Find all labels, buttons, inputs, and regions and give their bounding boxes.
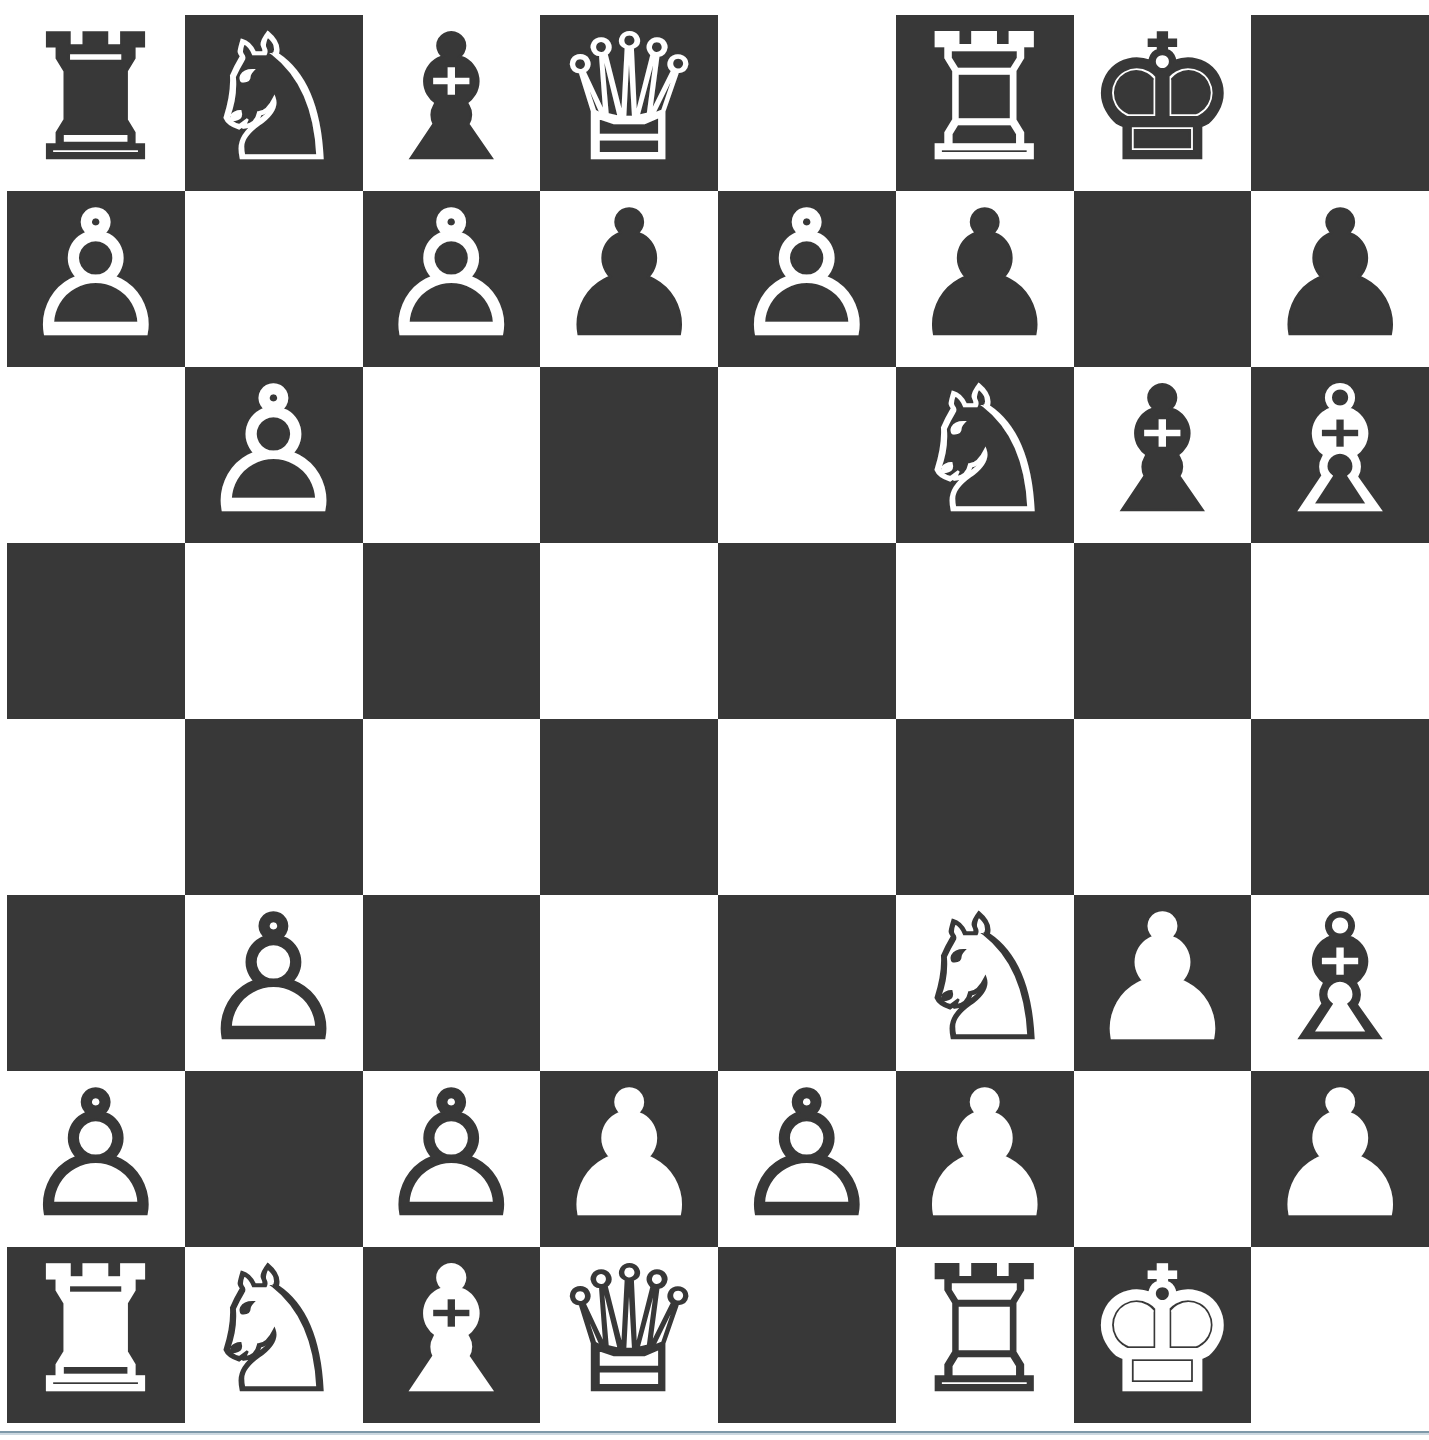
square-b8[interactable]: ♘ <box>185 15 363 191</box>
square-b1[interactable]: ♘ <box>185 1247 363 1423</box>
square-e8[interactable] <box>718 15 896 191</box>
square-b7[interactable] <box>185 191 363 367</box>
piece-white-pawn[interactable]: ♟ <box>1085 895 1239 1065</box>
square-h3[interactable]: ♗ <box>1251 895 1429 1071</box>
square-f6[interactable]: ♘ <box>896 367 1074 543</box>
square-a4[interactable] <box>7 719 185 895</box>
square-b5[interactable] <box>185 543 363 719</box>
piece-white-pawn[interactable]: ♟ <box>552 1071 706 1241</box>
square-c3[interactable] <box>363 895 541 1071</box>
square-e6[interactable] <box>718 367 896 543</box>
piece-black-king[interactable]: ♚ <box>1085 15 1239 185</box>
piece-black-pawn[interactable]: ♟ <box>1263 191 1417 361</box>
square-c4[interactable] <box>363 719 541 895</box>
square-e3[interactable] <box>718 895 896 1071</box>
piece-white-pawn[interactable]: ♙ <box>374 1071 528 1241</box>
square-f7[interactable]: ♟ <box>896 191 1074 367</box>
piece-black-bishop[interactable]: ♝ <box>374 15 528 185</box>
piece-black-bishop[interactable]: ♗ <box>1263 367 1417 537</box>
square-a5[interactable] <box>7 543 185 719</box>
square-e2[interactable]: ♙ <box>718 1071 896 1247</box>
square-g8[interactable]: ♚ <box>1074 15 1252 191</box>
square-b6[interactable]: ♙ <box>185 367 363 543</box>
piece-black-pawn[interactable]: ♟ <box>552 191 706 361</box>
square-h6[interactable]: ♗ <box>1251 367 1429 543</box>
square-e7[interactable]: ♙ <box>718 191 896 367</box>
piece-black-bishop[interactable]: ♝ <box>1085 367 1239 537</box>
square-g1[interactable]: ♚ <box>1074 1247 1252 1423</box>
piece-white-bishop[interactable]: ♗ <box>1263 895 1417 1065</box>
square-g6[interactable]: ♝ <box>1074 367 1252 543</box>
square-e4[interactable] <box>718 719 896 895</box>
piece-black-pawn[interactable]: ♙ <box>730 191 884 361</box>
square-g2[interactable] <box>1074 1071 1252 1247</box>
square-h7[interactable]: ♟ <box>1251 191 1429 367</box>
piece-black-rook[interactable]: ♖ <box>908 15 1062 185</box>
square-f4[interactable] <box>896 719 1074 895</box>
square-c7[interactable]: ♙ <box>363 191 541 367</box>
piece-white-pawn[interactable]: ♙ <box>730 1071 884 1241</box>
piece-white-knight[interactable]: ♘ <box>908 895 1062 1065</box>
square-d4[interactable] <box>540 719 718 895</box>
piece-black-pawn[interactable]: ♙ <box>19 191 173 361</box>
square-h8[interactable] <box>1251 15 1429 191</box>
square-a6[interactable] <box>7 367 185 543</box>
piece-black-knight[interactable]: ♘ <box>908 367 1062 537</box>
piece-white-pawn[interactable]: ♙ <box>197 895 351 1065</box>
square-f8[interactable]: ♖ <box>896 15 1074 191</box>
chess-board: ♜♘♝♕♖♚♙♙♟♙♟♟♙♘♝♗♙♘♟♗♙♙♟♙♟♟♜♘♝♕♖♚ <box>7 15 1429 1423</box>
square-b4[interactable] <box>185 719 363 895</box>
square-b2[interactable] <box>185 1071 363 1247</box>
piece-white-pawn[interactable]: ♟ <box>908 1071 1062 1241</box>
square-a1[interactable]: ♜ <box>7 1247 185 1423</box>
square-h4[interactable] <box>1251 719 1429 895</box>
chess-app-window: ♜♘♝♕♖♚♙♙♟♙♟♟♙♘♝♗♙♘♟♗♙♙♟♙♟♟♜♘♝♕♖♚ <box>0 0 1429 1440</box>
square-c2[interactable]: ♙ <box>363 1071 541 1247</box>
square-d7[interactable]: ♟ <box>540 191 718 367</box>
piece-black-knight[interactable]: ♘ <box>197 15 351 185</box>
window-bottom-edge-highlight <box>0 1433 1429 1435</box>
square-g5[interactable] <box>1074 543 1252 719</box>
piece-black-pawn[interactable]: ♟ <box>908 191 1062 361</box>
piece-white-knight[interactable]: ♘ <box>197 1247 351 1417</box>
piece-black-rook[interactable]: ♜ <box>19 15 173 185</box>
piece-white-pawn[interactable]: ♟ <box>1263 1071 1417 1241</box>
square-d3[interactable] <box>540 895 718 1071</box>
piece-white-rook[interactable]: ♜ <box>19 1247 173 1417</box>
square-c1[interactable]: ♝ <box>363 1247 541 1423</box>
piece-white-rook[interactable]: ♖ <box>908 1247 1062 1417</box>
square-a7[interactable]: ♙ <box>7 191 185 367</box>
piece-black-queen[interactable]: ♕ <box>552 15 706 185</box>
piece-black-pawn[interactable]: ♙ <box>374 191 528 361</box>
square-a3[interactable] <box>7 895 185 1071</box>
square-c5[interactable] <box>363 543 541 719</box>
square-a8[interactable]: ♜ <box>7 15 185 191</box>
square-d1[interactable]: ♕ <box>540 1247 718 1423</box>
square-g7[interactable] <box>1074 191 1252 367</box>
square-h5[interactable] <box>1251 543 1429 719</box>
piece-white-queen[interactable]: ♕ <box>552 1247 706 1417</box>
square-a2[interactable]: ♙ <box>7 1071 185 1247</box>
piece-white-pawn[interactable]: ♙ <box>19 1071 173 1241</box>
square-e1[interactable] <box>718 1247 896 1423</box>
square-f2[interactable]: ♟ <box>896 1071 1074 1247</box>
square-h2[interactable]: ♟ <box>1251 1071 1429 1247</box>
square-c6[interactable] <box>363 367 541 543</box>
square-g3[interactable]: ♟ <box>1074 895 1252 1071</box>
square-f3[interactable]: ♘ <box>896 895 1074 1071</box>
square-f5[interactable] <box>896 543 1074 719</box>
square-f1[interactable]: ♖ <box>896 1247 1074 1423</box>
square-d6[interactable] <box>540 367 718 543</box>
square-c8[interactable]: ♝ <box>363 15 541 191</box>
square-d2[interactable]: ♟ <box>540 1071 718 1247</box>
piece-black-pawn[interactable]: ♙ <box>197 367 351 537</box>
square-h1[interactable] <box>1251 1247 1429 1423</box>
square-e5[interactable] <box>718 543 896 719</box>
piece-white-bishop[interactable]: ♝ <box>374 1247 528 1417</box>
piece-white-king[interactable]: ♚ <box>1085 1247 1239 1417</box>
square-b3[interactable]: ♙ <box>185 895 363 1071</box>
square-d5[interactable] <box>540 543 718 719</box>
square-g4[interactable] <box>1074 719 1252 895</box>
square-d8[interactable]: ♕ <box>540 15 718 191</box>
